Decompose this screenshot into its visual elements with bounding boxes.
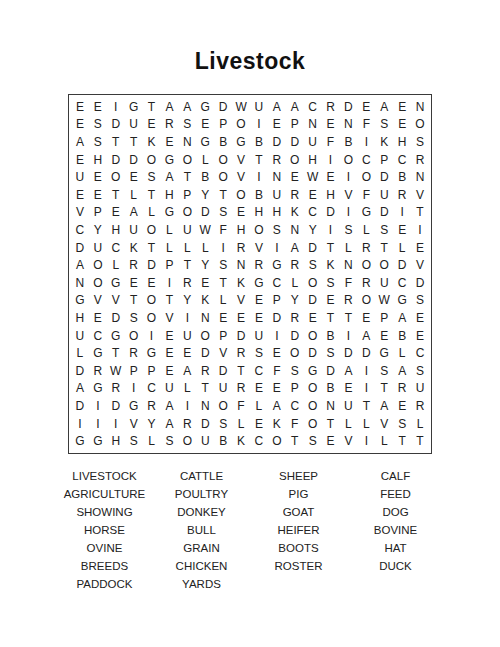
grid-cell: T: [107, 186, 125, 204]
grid-cell: N: [232, 256, 250, 274]
grid-cell: F: [357, 116, 375, 134]
grid-cell: R: [286, 309, 304, 327]
grid-cell: L: [71, 344, 89, 362]
grid-cell: D: [304, 239, 322, 257]
grid-cell: E: [71, 151, 89, 169]
grid-cell: T: [196, 380, 214, 398]
grid-cell: E: [339, 380, 357, 398]
grid-cell: E: [411, 309, 429, 327]
grid-cell: T: [411, 432, 429, 450]
grid-cell: B: [250, 133, 268, 151]
grid-cell: E: [160, 327, 178, 345]
grid-cell: N: [268, 168, 286, 186]
word-list-item: CATTLE: [180, 467, 223, 485]
grid-cell: O: [339, 151, 357, 169]
word-list-item: DONKEY: [177, 503, 226, 521]
word-list: LIVESTOCKAGRICULTURESHOWINGHORSEOVINEBRE…: [56, 467, 444, 593]
grid-cell: B: [214, 432, 232, 450]
grid-cell: U: [375, 274, 393, 292]
grid-cell: D: [232, 327, 250, 345]
grid-cell: U: [339, 397, 357, 415]
grid-cell: D: [304, 292, 322, 310]
grid-cell: E: [304, 309, 322, 327]
grid-cell: I: [107, 98, 125, 116]
grid-cell: L: [250, 397, 268, 415]
word-list-item: GOAT: [283, 503, 315, 521]
grid-cell: I: [322, 221, 340, 239]
grid-cell: E: [214, 309, 232, 327]
grid-cell: H: [304, 151, 322, 169]
grid-cell: R: [411, 397, 429, 415]
grid-cell: C: [304, 204, 322, 222]
grid-cell: R: [143, 397, 161, 415]
grid-cell: T: [286, 432, 304, 450]
grid-cell: N: [411, 98, 429, 116]
grid-cell: G: [268, 256, 286, 274]
grid-cell: R: [232, 380, 250, 398]
grid-cell: A: [268, 397, 286, 415]
grid-cell: E: [232, 204, 250, 222]
grid-cell: N: [411, 168, 429, 186]
grid-cell: U: [196, 432, 214, 450]
grid-cell: F: [286, 415, 304, 433]
grid-cell: E: [89, 98, 107, 116]
grid-cell: U: [411, 380, 429, 398]
grid-cell: P: [89, 204, 107, 222]
grid-cell: R: [393, 186, 411, 204]
grid-cell: S: [178, 116, 196, 134]
grid-cell: I: [339, 168, 357, 186]
grid-cell: T: [107, 133, 125, 151]
grid-cell: L: [375, 432, 393, 450]
grid-cell: R: [107, 380, 125, 398]
grid-cell: O: [143, 221, 161, 239]
grid-cell: F: [214, 221, 232, 239]
grid-cell: V: [411, 256, 429, 274]
word-list-item: CALF: [381, 467, 410, 485]
grid-cell: C: [143, 380, 161, 398]
grid-cell: C: [304, 98, 322, 116]
grid-cell: O: [268, 432, 286, 450]
grid-cell: G: [107, 327, 125, 345]
grid-cell: L: [214, 292, 232, 310]
grid-cell: S: [375, 362, 393, 380]
grid-cell: U: [160, 380, 178, 398]
grid-cell: O: [89, 256, 107, 274]
grid-cell: K: [196, 292, 214, 310]
grid-cell: S: [89, 116, 107, 134]
grid-cell: W: [375, 292, 393, 310]
grid-cell: C: [250, 362, 268, 380]
grid-cell: S: [125, 432, 143, 450]
grid-cell: N: [196, 309, 214, 327]
grid-cell: S: [89, 133, 107, 151]
grid-cell: K: [268, 415, 286, 433]
grid-cell: E: [143, 274, 161, 292]
grid-cell: G: [250, 274, 268, 292]
grid-cell: E: [125, 168, 143, 186]
grid-cell: I: [411, 221, 429, 239]
grid-cell: A: [125, 204, 143, 222]
grid-cell: E: [160, 133, 178, 151]
grid-cell: T: [107, 344, 125, 362]
grid-cell: L: [178, 239, 196, 257]
grid-cell: N: [339, 256, 357, 274]
word-list-item: HORSE: [84, 521, 125, 539]
grid-cell: E: [268, 344, 286, 362]
grid-cell: D: [107, 151, 125, 169]
grid-cell: P: [143, 362, 161, 380]
grid-cell: I: [357, 380, 375, 398]
grid-cell: G: [71, 432, 89, 450]
page-title: Livestock: [0, 0, 500, 75]
grid-cell: D: [196, 204, 214, 222]
grid-cell: T: [357, 397, 375, 415]
grid-cell: H: [268, 204, 286, 222]
grid-cell: E: [250, 415, 268, 433]
grid-cell: N: [71, 274, 89, 292]
grid-cell: O: [143, 292, 161, 310]
grid-cell: S: [375, 116, 393, 134]
grid-cell: A: [160, 168, 178, 186]
grid-cell: T: [143, 186, 161, 204]
grid-cell: I: [71, 415, 89, 433]
grid-cell: F: [339, 274, 357, 292]
grid-cell: D: [71, 362, 89, 380]
grid-cell: T: [214, 186, 232, 204]
grid-cell: D: [339, 344, 357, 362]
grid-cell: H: [107, 221, 125, 239]
grid-cell: P: [286, 116, 304, 134]
grid-cell: U: [71, 327, 89, 345]
grid-cell: C: [286, 397, 304, 415]
grid-cell: O: [232, 186, 250, 204]
grid-cell: B: [214, 133, 232, 151]
grid-cell: U: [375, 186, 393, 204]
grid-cell: E: [125, 274, 143, 292]
grid-cell: L: [143, 204, 161, 222]
grid-cell: U: [178, 221, 196, 239]
grid-cell: T: [125, 133, 143, 151]
grid-cell: V: [250, 239, 268, 257]
grid-cell: T: [411, 204, 429, 222]
grid-cell: E: [357, 98, 375, 116]
grid-cell: T: [178, 256, 196, 274]
grid-cell: B: [322, 327, 340, 345]
grid-cell: R: [286, 256, 304, 274]
grid-cell: D: [107, 309, 125, 327]
grid-cell: E: [268, 380, 286, 398]
grid-cell: P: [375, 151, 393, 169]
grid-cell: D: [286, 133, 304, 151]
grid-cell: O: [357, 256, 375, 274]
grid-cell: D: [375, 204, 393, 222]
grid-cell: D: [214, 362, 232, 380]
word-list-item: BULL: [187, 521, 216, 539]
grid-cell: E: [107, 204, 125, 222]
grid-cell: E: [89, 186, 107, 204]
grid-cell: O: [304, 397, 322, 415]
grid-cell: I: [89, 415, 107, 433]
grid-cell: D: [71, 239, 89, 257]
grid-cell: S: [304, 432, 322, 450]
grid-cell: C: [71, 221, 89, 239]
grid-cell: H: [232, 221, 250, 239]
grid-cell: I: [357, 432, 375, 450]
grid-cell: O: [178, 204, 196, 222]
grid-cell: A: [71, 133, 89, 151]
word-list-item: OVINE: [87, 539, 123, 557]
grid-cell: B: [393, 327, 411, 345]
word-list-item: LIVESTOCK: [72, 467, 136, 485]
grid-cell: L: [339, 239, 357, 257]
grid-cell: S: [411, 292, 429, 310]
grid-cell: E: [286, 168, 304, 186]
grid-cell: P: [375, 309, 393, 327]
word-list-item: BREEDS: [81, 557, 128, 575]
grid-cell: O: [357, 168, 375, 186]
grid-cell: Y: [89, 221, 107, 239]
grid-cell: N: [322, 397, 340, 415]
grid-cell: R: [357, 239, 375, 257]
grid-cell: O: [178, 151, 196, 169]
grid-cell: E: [250, 309, 268, 327]
grid-cell: O: [214, 168, 232, 186]
grid-cell: P: [214, 327, 232, 345]
grid-cell: T: [322, 309, 340, 327]
grid-cell: O: [232, 116, 250, 134]
grid-cell: I: [268, 327, 286, 345]
grid-cell: D: [107, 116, 125, 134]
grid-cell: E: [393, 397, 411, 415]
word-list-item: DUCK: [379, 557, 412, 575]
grid-cell: V: [160, 309, 178, 327]
grid-cell: D: [322, 362, 340, 380]
grid-cell: G: [357, 204, 375, 222]
grid-cell: T: [375, 380, 393, 398]
grid-cell: Y: [286, 292, 304, 310]
grid-cell: I: [143, 327, 161, 345]
grid-cell: V: [214, 344, 232, 362]
grid-cell: R: [196, 362, 214, 380]
grid-cell: Y: [178, 292, 196, 310]
grid-cell: N: [339, 116, 357, 134]
grid-cell: L: [393, 344, 411, 362]
grid-cell: R: [286, 186, 304, 204]
grid-cell: N: [196, 397, 214, 415]
grid-cell: G: [232, 133, 250, 151]
grid-cell: H: [393, 133, 411, 151]
grid-cell: N: [304, 116, 322, 134]
grid-cell: L: [357, 415, 375, 433]
grid-cell: G: [89, 344, 107, 362]
grid-cell: A: [375, 98, 393, 116]
grid-cell: W: [107, 362, 125, 380]
grid-cell: S: [214, 256, 232, 274]
grid-cell: S: [125, 309, 143, 327]
grid-cell: S: [411, 133, 429, 151]
grid-cell: E: [393, 98, 411, 116]
grid-cell: O: [286, 344, 304, 362]
grid-cell: A: [71, 380, 89, 398]
grid-cell: P: [268, 292, 286, 310]
grid-cell: E: [322, 432, 340, 450]
grid-cell: T: [322, 239, 340, 257]
grid-cell: I: [160, 274, 178, 292]
grid-cell: V: [232, 168, 250, 186]
grid-cell: U: [125, 221, 143, 239]
grid-cell: O: [250, 221, 268, 239]
grid-cell: E: [411, 327, 429, 345]
grid-cell: S: [268, 221, 286, 239]
grid-cell: A: [286, 98, 304, 116]
word-list-item: POULTRY: [175, 485, 228, 503]
word-list-column: LIVESTOCKAGRICULTURESHOWINGHORSEOVINEBRE…: [56, 467, 153, 593]
grid-cell: E: [411, 239, 429, 257]
word-list-item: ROSTER: [275, 557, 323, 575]
grid-cell: K: [232, 274, 250, 292]
grid-cell: O: [214, 397, 232, 415]
word-list-item: PADDOCK: [76, 575, 132, 593]
grid-cell: V: [125, 415, 143, 433]
grid-cell: I: [178, 309, 196, 327]
grid-cell: O: [125, 327, 143, 345]
grid-cell: E: [71, 186, 89, 204]
grid-cell: H: [160, 186, 178, 204]
grid-cell: G: [89, 380, 107, 398]
word-list-item: BOVINE: [374, 521, 417, 539]
grid-cell: S: [214, 415, 232, 433]
grid-cell: D: [286, 327, 304, 345]
grid-cell: Y: [304, 221, 322, 239]
grid-cell: A: [375, 397, 393, 415]
grid-cell: T: [375, 239, 393, 257]
grid-cell: T: [393, 432, 411, 450]
grid-cell: I: [125, 380, 143, 398]
grid-cell: T: [232, 362, 250, 380]
grid-cell: E: [232, 309, 250, 327]
grid-cell: E: [143, 116, 161, 134]
grid-cell: R: [232, 344, 250, 362]
grid-cell: A: [71, 256, 89, 274]
grid-cell: I: [214, 239, 232, 257]
grid-cell: D: [357, 344, 375, 362]
grid-cell: O: [89, 274, 107, 292]
grid-cell: R: [357, 274, 375, 292]
grid-cell: I: [393, 204, 411, 222]
grid-cell: S: [214, 204, 232, 222]
grid-cell: P: [160, 256, 178, 274]
grid-cell: K: [375, 133, 393, 151]
grid-cell: U: [250, 98, 268, 116]
grid-cell: L: [286, 274, 304, 292]
grid-cell: H: [107, 432, 125, 450]
grid-cell: R: [322, 98, 340, 116]
grid-cell: L: [178, 380, 196, 398]
grid-cell: K: [232, 432, 250, 450]
grid-cell: A: [357, 327, 375, 345]
grid-cell: A: [393, 309, 411, 327]
grid-cell: B: [322, 380, 340, 398]
grid-cell: K: [322, 256, 340, 274]
grid-cell: K: [125, 239, 143, 257]
grid-cell: F: [322, 133, 340, 151]
word-list-column: CALFFEEDDOGBOVINEHATDUCK: [347, 467, 444, 593]
grid-cell: E: [322, 292, 340, 310]
grid-cell: R: [178, 274, 196, 292]
grid-cell: L: [196, 151, 214, 169]
grid-cell: R: [89, 362, 107, 380]
word-list-item: AGRICULTURE: [64, 485, 146, 503]
grid-cell: H: [89, 151, 107, 169]
grid-cell: N: [286, 221, 304, 239]
grid-cell: E: [393, 221, 411, 239]
grid-cell: O: [143, 309, 161, 327]
grid-cell: E: [196, 274, 214, 292]
word-list-item: DOG: [382, 503, 408, 521]
grid-cell: D: [268, 133, 286, 151]
grid-cell: T: [160, 292, 178, 310]
grid-cell: W: [232, 98, 250, 116]
grid-cell: V: [411, 186, 429, 204]
grid-cell: D: [214, 98, 232, 116]
grid-cell: G: [160, 151, 178, 169]
grid-cell: V: [232, 292, 250, 310]
grid-cell: S: [393, 415, 411, 433]
grid-cell: Y: [143, 415, 161, 433]
grid-cell: T: [339, 309, 357, 327]
word-list-item: BOOTS: [278, 539, 318, 557]
grid-cell: O: [411, 116, 429, 134]
grid-cell: V: [232, 151, 250, 169]
grid-cell: G: [125, 98, 143, 116]
grid-cell: U: [71, 168, 89, 186]
grid-cell: E: [375, 327, 393, 345]
grid-cell: C: [411, 344, 429, 362]
grid-cell: Y: [196, 256, 214, 274]
grid-cell: P: [286, 380, 304, 398]
grid-cell: I: [322, 151, 340, 169]
grid-cell: O: [214, 151, 232, 169]
grid-cell: G: [125, 397, 143, 415]
grid-cell: N: [178, 133, 196, 151]
word-list-item: YARDS: [182, 575, 221, 593]
grid-cell: A: [178, 98, 196, 116]
grid-cell: E: [89, 309, 107, 327]
grid-cell: E: [322, 168, 340, 186]
grid-cell: V: [71, 204, 89, 222]
grid-cell: C: [268, 274, 286, 292]
grid-cell: A: [339, 362, 357, 380]
grid-cell: E: [71, 116, 89, 134]
grid-cell: S: [322, 274, 340, 292]
grid-cell: O: [304, 380, 322, 398]
grid-cell: O: [304, 274, 322, 292]
grid-cell: G: [196, 133, 214, 151]
grid-cell: P: [178, 186, 196, 204]
grid-cell: R: [339, 292, 357, 310]
grid-cell: E: [250, 380, 268, 398]
grid-cell: O: [304, 327, 322, 345]
grid-cell: U: [250, 327, 268, 345]
grid-cell: O: [375, 256, 393, 274]
grid-cell: B: [250, 186, 268, 204]
grid-cell: E: [357, 309, 375, 327]
grid-cell: C: [250, 432, 268, 450]
grid-cell: A: [160, 98, 178, 116]
grid-cell: A: [160, 415, 178, 433]
grid-cell: I: [357, 362, 375, 380]
